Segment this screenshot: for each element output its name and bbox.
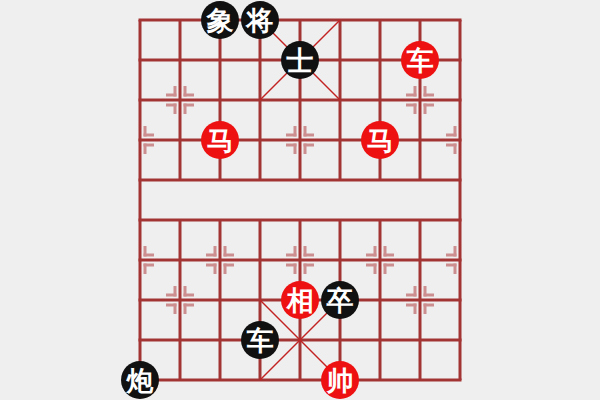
- piece-red-chariot[interactable]: 车: [401, 41, 439, 79]
- piece-black-chariot[interactable]: 车: [241, 321, 279, 359]
- xiangqi-board: 象将士车马马相卒车炮帅: [0, 0, 600, 400]
- piece-black-advisor[interactable]: 士: [281, 41, 319, 79]
- piece-red-general[interactable]: 帅: [321, 361, 359, 399]
- piece-red-horse-right[interactable]: 马: [361, 121, 399, 159]
- piece-red-horse-left[interactable]: 马: [201, 121, 239, 159]
- piece-black-general[interactable]: 将: [241, 1, 279, 39]
- piece-black-cannon[interactable]: 炮: [121, 361, 159, 399]
- piece-black-elephant[interactable]: 象: [201, 1, 239, 39]
- piece-black-pawn[interactable]: 卒: [321, 281, 359, 319]
- piece-red-elephant[interactable]: 相: [281, 281, 319, 319]
